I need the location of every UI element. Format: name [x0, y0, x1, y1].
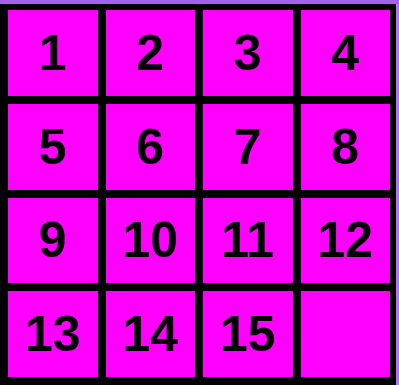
tile-5[interactable]: 5	[8, 104, 98, 190]
tile-7[interactable]: 7	[203, 104, 293, 190]
tile-6[interactable]: 6	[106, 104, 196, 190]
tile-9[interactable]: 9	[8, 198, 98, 284]
tile-12[interactable]: 12	[301, 198, 391, 284]
tile-1[interactable]: 1	[8, 10, 98, 96]
tile-15[interactable]: 15	[203, 291, 293, 377]
tile-14[interactable]: 14	[106, 291, 196, 377]
tile-4[interactable]: 4	[301, 10, 391, 96]
puzzle-board: 123456789101112131415	[8, 10, 390, 377]
tile-2[interactable]: 2	[106, 10, 196, 96]
tile-8[interactable]: 8	[301, 104, 391, 190]
tile-13[interactable]: 13	[8, 291, 98, 377]
tile-11[interactable]: 11	[203, 198, 293, 284]
top-accent-strip	[0, 0, 399, 4]
empty-cell	[301, 291, 391, 377]
tile-10[interactable]: 10	[106, 198, 196, 284]
puzzle-screen: 123456789101112131415	[0, 0, 399, 385]
tile-3[interactable]: 3	[203, 10, 293, 96]
